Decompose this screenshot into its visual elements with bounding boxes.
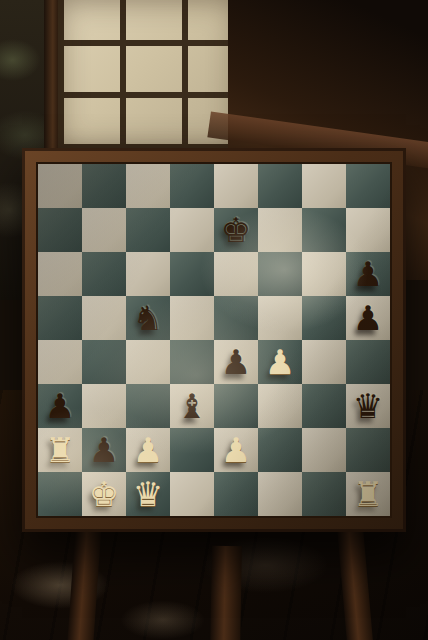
square-b8[interactable] [82,164,126,208]
square-b7[interactable] [82,208,126,252]
white-pawn: ♟ [221,433,251,467]
white-pawn: ♟ [265,345,295,379]
square-g1[interactable] [302,472,346,516]
square-d3[interactable]: ♝ [170,384,214,428]
board-frame: ♚♟♞♟♟♟♟♝♛♜♟♟♟♚♛♜ [22,148,406,532]
square-a6[interactable] [38,252,82,296]
square-f8[interactable] [258,164,302,208]
square-g3[interactable] [302,384,346,428]
square-f6[interactable] [258,252,302,296]
square-c5[interactable]: ♞ [126,296,170,340]
square-b6[interactable] [82,252,126,296]
square-c2[interactable]: ♟ [126,428,170,472]
square-a3[interactable]: ♟ [38,384,82,428]
square-d2[interactable] [170,428,214,472]
square-a5[interactable] [38,296,82,340]
square-d1[interactable] [170,472,214,516]
square-a7[interactable] [38,208,82,252]
square-h1[interactable]: ♜ [346,472,390,516]
black-bishop: ♝ [177,389,207,423]
square-f4[interactable]: ♟ [258,340,302,384]
square-a4[interactable] [38,340,82,384]
square-g4[interactable] [302,340,346,384]
square-h3[interactable]: ♛ [346,384,390,428]
white-rook: ♜ [45,433,75,467]
square-h6[interactable]: ♟ [346,252,390,296]
white-rook: ♜ [353,477,383,511]
square-b3[interactable] [82,384,126,428]
black-pawn: ♟ [353,301,383,335]
square-h5[interactable]: ♟ [346,296,390,340]
square-a1[interactable] [38,472,82,516]
black-knight: ♞ [133,301,163,335]
square-b4[interactable] [82,340,126,384]
square-h7[interactable] [346,208,390,252]
white-king: ♚ [89,477,119,511]
square-g6[interactable] [302,252,346,296]
square-h4[interactable] [346,340,390,384]
square-e8[interactable] [214,164,258,208]
white-queen: ♛ [133,477,163,511]
square-g8[interactable] [302,164,346,208]
square-e2[interactable]: ♟ [214,428,258,472]
white-pawn: ♟ [133,433,163,467]
table-leg-front [208,546,242,640]
black-queen: ♛ [353,389,383,423]
square-f3[interactable] [258,384,302,428]
square-b5[interactable] [82,296,126,340]
square-b1[interactable]: ♚ [82,472,126,516]
black-pawn: ♟ [353,257,383,291]
square-d4[interactable] [170,340,214,384]
square-g7[interactable] [302,208,346,252]
square-e6[interactable] [214,252,258,296]
square-c6[interactable] [126,252,170,296]
square-a2[interactable]: ♜ [38,428,82,472]
chess-board: ♚♟♞♟♟♟♟♝♛♜♟♟♟♚♛♜ [38,164,390,516]
square-b2[interactable]: ♟ [82,428,126,472]
square-g5[interactable] [302,296,346,340]
black-pawn: ♟ [89,433,119,467]
square-f7[interactable] [258,208,302,252]
square-f5[interactable] [258,296,302,340]
square-d6[interactable] [170,252,214,296]
square-e7[interactable]: ♚ [214,208,258,252]
square-a8[interactable] [38,164,82,208]
square-d7[interactable] [170,208,214,252]
square-f2[interactable] [258,428,302,472]
square-h2[interactable] [346,428,390,472]
square-c8[interactable] [126,164,170,208]
black-pawn: ♟ [221,345,251,379]
square-c1[interactable]: ♛ [126,472,170,516]
square-c3[interactable] [126,384,170,428]
square-e4[interactable]: ♟ [214,340,258,384]
square-e5[interactable] [214,296,258,340]
square-d8[interactable] [170,164,214,208]
black-pawn: ♟ [45,389,75,423]
photo-scene: ♚♟♞♟♟♟♟♝♛♜♟♟♟♚♛♜ [0,0,428,640]
square-c7[interactable] [126,208,170,252]
square-c4[interactable] [126,340,170,384]
chess-table: ♚♟♞♟♟♟♟♝♛♜♟♟♟♚♛♜ [14,148,414,618]
square-f1[interactable] [258,472,302,516]
square-h8[interactable] [346,164,390,208]
black-king: ♚ [221,213,251,247]
square-d5[interactable] [170,296,214,340]
square-e1[interactable] [214,472,258,516]
square-e3[interactable] [214,384,258,428]
square-g2[interactable] [302,428,346,472]
